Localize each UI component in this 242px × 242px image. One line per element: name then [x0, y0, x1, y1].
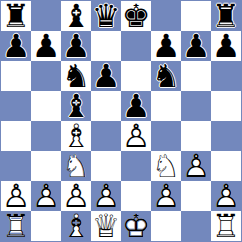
square-e8[interactable]: ♚ — [121, 1, 151, 31]
piece-black-rook[interactable]: ♜ — [1, 1, 31, 31]
square-b6[interactable] — [31, 61, 61, 91]
black-piece-fill-glyph: ♛ — [91, 1, 121, 31]
white-piece-fill-glyph: ♟ — [91, 181, 121, 211]
square-g1[interactable] — [181, 211, 211, 241]
black-piece-fill-glyph: ♜ — [1, 1, 31, 31]
black-piece-fill-glyph: ♟ — [31, 31, 61, 61]
black-piece-fill-glyph: ♟ — [151, 31, 181, 61]
piece-white-pawn[interactable]: ♟♙ — [61, 181, 91, 211]
white-piece-fill-glyph: ♞ — [61, 151, 91, 181]
square-b1[interactable] — [31, 211, 61, 241]
square-d2[interactable]: ♟♙ — [91, 181, 121, 211]
black-piece-fill-glyph: ♟ — [1, 31, 31, 61]
white-piece-outline-glyph: ♖ — [1, 211, 31, 241]
square-c1[interactable]: ♝♗ — [61, 211, 91, 241]
square-a6[interactable] — [1, 61, 31, 91]
chess-board: ♜♝♛♚♜♟♟♟♟♟♟♞♟♞♝♟♝♗♟♙♞♘♞♘♟♙♟♙♟♙♟♙♟♙♟♙♟♙♜♖… — [0, 0, 242, 242]
square-c2[interactable]: ♟♙ — [61, 181, 91, 211]
square-h5[interactable] — [211, 91, 241, 121]
square-f6[interactable]: ♞ — [151, 61, 181, 91]
white-piece-fill-glyph: ♜ — [211, 211, 241, 241]
square-h7[interactable]: ♟ — [211, 31, 241, 61]
square-e4[interactable]: ♟♙ — [121, 121, 151, 151]
white-piece-fill-glyph: ♛ — [91, 211, 121, 241]
white-piece-outline-glyph: ♘ — [61, 151, 91, 181]
piece-black-knight[interactable]: ♞ — [61, 61, 91, 91]
black-piece-fill-glyph: ♟ — [91, 61, 121, 91]
piece-black-pawn[interactable]: ♟ — [91, 61, 121, 91]
square-a4[interactable] — [1, 121, 31, 151]
white-piece-fill-glyph: ♟ — [61, 181, 91, 211]
square-d8[interactable]: ♛ — [91, 1, 121, 31]
square-b2[interactable]: ♟♙ — [31, 181, 61, 211]
piece-white-pawn[interactable]: ♟♙ — [31, 181, 61, 211]
piece-black-pawn[interactable]: ♟ — [61, 31, 91, 61]
white-piece-outline-glyph: ♙ — [121, 121, 151, 151]
white-piece-fill-glyph: ♝ — [61, 121, 91, 151]
piece-white-pawn[interactable]: ♟♙ — [181, 151, 211, 181]
black-piece-fill-glyph: ♟ — [181, 31, 211, 61]
white-piece-outline-glyph: ♙ — [1, 181, 31, 211]
square-g6[interactable] — [181, 61, 211, 91]
square-f1[interactable] — [151, 211, 181, 241]
white-piece-outline-glyph: ♙ — [31, 181, 61, 211]
white-piece-fill-glyph: ♝ — [61, 211, 91, 241]
square-a1[interactable]: ♜♖ — [1, 211, 31, 241]
piece-black-pawn[interactable]: ♟ — [211, 31, 241, 61]
piece-black-pawn[interactable]: ♟ — [121, 91, 151, 121]
square-h1[interactable]: ♜♖ — [211, 211, 241, 241]
white-piece-outline-glyph: ♗ — [61, 211, 91, 241]
square-d3[interactable] — [91, 151, 121, 181]
square-h6[interactable] — [211, 61, 241, 91]
black-piece-fill-glyph: ♚ — [121, 1, 151, 31]
piece-black-queen[interactable]: ♛ — [91, 1, 121, 31]
white-piece-outline-glyph: ♔ — [121, 211, 151, 241]
piece-white-queen[interactable]: ♛♕ — [91, 211, 121, 241]
square-f3[interactable]: ♞♘ — [151, 151, 181, 181]
black-piece-fill-glyph: ♟ — [61, 31, 91, 61]
black-piece-fill-glyph: ♞ — [151, 61, 181, 91]
square-d6[interactable]: ♟ — [91, 61, 121, 91]
piece-white-pawn[interactable]: ♟♙ — [1, 181, 31, 211]
square-d1[interactable]: ♛♕ — [91, 211, 121, 241]
black-piece-fill-glyph: ♟ — [211, 31, 241, 61]
square-a3[interactable] — [1, 151, 31, 181]
square-c4[interactable]: ♝♗ — [61, 121, 91, 151]
piece-black-knight[interactable]: ♞ — [151, 61, 181, 91]
square-h4[interactable] — [211, 121, 241, 151]
white-piece-outline-glyph: ♙ — [91, 181, 121, 211]
square-f8[interactable] — [151, 1, 181, 31]
black-piece-fill-glyph: ♟ — [121, 91, 151, 121]
piece-white-rook[interactable]: ♜♖ — [1, 211, 31, 241]
square-g8[interactable] — [181, 1, 211, 31]
white-piece-outline-glyph: ♙ — [211, 181, 241, 211]
square-a8[interactable]: ♜ — [1, 1, 31, 31]
white-piece-outline-glyph: ♕ — [91, 211, 121, 241]
white-piece-fill-glyph: ♞ — [151, 151, 181, 181]
square-f5[interactable] — [151, 91, 181, 121]
piece-black-pawn[interactable]: ♟ — [181, 31, 211, 61]
square-b5[interactable] — [31, 91, 61, 121]
black-piece-fill-glyph: ♝ — [61, 1, 91, 31]
square-g4[interactable] — [181, 121, 211, 151]
white-piece-outline-glyph: ♙ — [181, 151, 211, 181]
square-c6[interactable]: ♞ — [61, 61, 91, 91]
white-piece-fill-glyph: ♟ — [31, 181, 61, 211]
square-g7[interactable]: ♟ — [181, 31, 211, 61]
square-h8[interactable]: ♜ — [211, 1, 241, 31]
white-piece-outline-glyph: ♙ — [61, 181, 91, 211]
square-b8[interactable] — [31, 1, 61, 31]
square-g3[interactable]: ♟♙ — [181, 151, 211, 181]
square-e5[interactable]: ♟ — [121, 91, 151, 121]
white-piece-outline-glyph: ♙ — [151, 181, 181, 211]
white-piece-outline-glyph: ♗ — [61, 121, 91, 151]
piece-white-knight[interactable]: ♞♘ — [61, 151, 91, 181]
square-e2[interactable] — [121, 181, 151, 211]
square-h3[interactable] — [211, 151, 241, 181]
square-f4[interactable] — [151, 121, 181, 151]
square-a7[interactable]: ♟ — [1, 31, 31, 61]
white-piece-fill-glyph: ♜ — [1, 211, 31, 241]
black-piece-fill-glyph: ♞ — [61, 61, 91, 91]
piece-black-bishop[interactable]: ♝ — [61, 91, 91, 121]
square-f7[interactable]: ♟ — [151, 31, 181, 61]
square-b4[interactable] — [31, 121, 61, 151]
square-a2[interactable]: ♟♙ — [1, 181, 31, 211]
square-h2[interactable]: ♟♙ — [211, 181, 241, 211]
square-e3[interactable] — [121, 151, 151, 181]
square-g5[interactable] — [181, 91, 211, 121]
square-c7[interactable]: ♟ — [61, 31, 91, 61]
white-piece-outline-glyph: ♘ — [151, 151, 181, 181]
white-piece-fill-glyph: ♟ — [1, 181, 31, 211]
square-f2[interactable]: ♟♙ — [151, 181, 181, 211]
piece-white-knight[interactable]: ♞♘ — [151, 151, 181, 181]
square-c3[interactable]: ♞♘ — [61, 151, 91, 181]
square-e7[interactable] — [121, 31, 151, 61]
square-d5[interactable] — [91, 91, 121, 121]
piece-white-king[interactable]: ♚♔ — [121, 211, 151, 241]
white-piece-fill-glyph: ♟ — [151, 181, 181, 211]
square-a5[interactable] — [1, 91, 31, 121]
square-d4[interactable] — [91, 121, 121, 151]
piece-black-king[interactable]: ♚ — [121, 1, 151, 31]
piece-white-pawn[interactable]: ♟♙ — [121, 121, 151, 151]
square-d7[interactable] — [91, 31, 121, 61]
white-piece-fill-glyph: ♚ — [121, 211, 151, 241]
piece-black-rook[interactable]: ♜ — [211, 1, 241, 31]
square-b3[interactable] — [31, 151, 61, 181]
square-b7[interactable]: ♟ — [31, 31, 61, 61]
piece-white-pawn[interactable]: ♟♙ — [211, 181, 241, 211]
square-c8[interactable]: ♝ — [61, 1, 91, 31]
square-g2[interactable] — [181, 181, 211, 211]
black-piece-fill-glyph: ♜ — [211, 1, 241, 31]
piece-white-pawn[interactable]: ♟♙ — [151, 181, 181, 211]
piece-black-pawn[interactable]: ♟ — [31, 31, 61, 61]
white-piece-fill-glyph: ♟ — [121, 121, 151, 151]
square-e6[interactable] — [121, 61, 151, 91]
white-piece-fill-glyph: ♟ — [211, 181, 241, 211]
square-e1[interactable]: ♚♔ — [121, 211, 151, 241]
piece-white-bishop[interactable]: ♝♗ — [61, 211, 91, 241]
white-piece-outline-glyph: ♖ — [211, 211, 241, 241]
piece-white-rook[interactable]: ♜♖ — [211, 211, 241, 241]
piece-white-bishop[interactable]: ♝♗ — [61, 121, 91, 151]
piece-white-pawn[interactable]: ♟♙ — [91, 181, 121, 211]
white-piece-fill-glyph: ♟ — [181, 151, 211, 181]
piece-black-pawn[interactable]: ♟ — [151, 31, 181, 61]
square-c5[interactable]: ♝ — [61, 91, 91, 121]
piece-black-bishop[interactable]: ♝ — [61, 1, 91, 31]
piece-black-pawn[interactable]: ♟ — [1, 31, 31, 61]
black-piece-fill-glyph: ♝ — [61, 91, 91, 121]
